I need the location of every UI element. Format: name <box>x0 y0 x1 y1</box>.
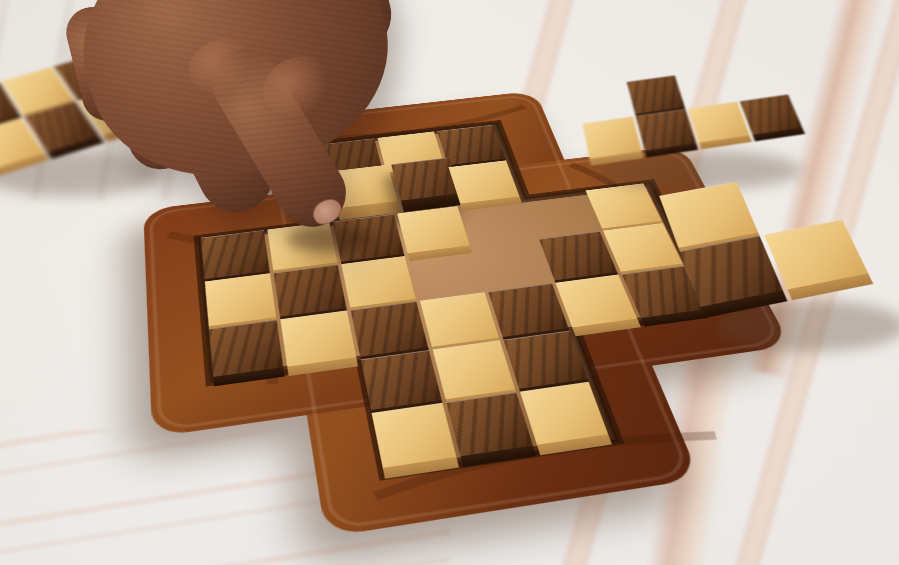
photo-scene <box>0 0 899 565</box>
dark-wood-cube[interactable] <box>446 392 532 456</box>
piece-right[interactable] <box>706 178 818 290</box>
dark-wood-cube[interactable] <box>274 265 347 317</box>
light-wood-cube[interactable] <box>420 292 499 347</box>
dark-wood-cube-being-placed[interactable] <box>391 158 460 201</box>
light-wood-cube[interactable] <box>341 256 415 307</box>
outside-tray-cell <box>217 423 303 494</box>
dark-wood-cube[interactable] <box>740 94 802 134</box>
light-wood-cube[interactable] <box>433 340 516 399</box>
dark-wood-cube[interactable] <box>361 350 442 410</box>
dark-wood-cube[interactable] <box>333 214 404 262</box>
dark-wood-cube[interactable] <box>209 320 283 377</box>
piece-top-left[interactable] <box>0 52 134 164</box>
light-cube-cell <box>581 115 644 160</box>
light-wood-cube[interactable] <box>582 116 641 158</box>
piece-top-right[interactable] <box>575 52 799 164</box>
dark-wood-cube[interactable] <box>636 109 696 151</box>
light-wood-cube[interactable] <box>372 403 457 468</box>
dark-wood-cube[interactable] <box>627 75 685 114</box>
light-wood-cube[interactable] <box>280 310 356 366</box>
light-wood-cube-being-placed[interactable] <box>329 165 397 209</box>
outside-tray-cell <box>294 412 382 482</box>
light-cube-cell <box>370 401 460 470</box>
dark-wood-cube[interactable] <box>351 301 428 356</box>
light-wood-cube[interactable] <box>205 273 276 326</box>
light-wood-cube[interactable] <box>449 160 520 203</box>
light-wood-cube[interactable] <box>397 206 470 253</box>
dark-wood-cube[interactable] <box>201 230 270 279</box>
light-wood-cube[interactable] <box>267 222 337 270</box>
